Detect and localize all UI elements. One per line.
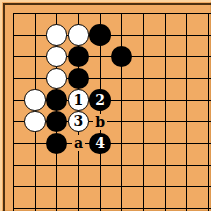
intersection [89, 24, 111, 46]
black-stone [111, 46, 132, 67]
intersection: 1 [68, 89, 90, 111]
black-stone [46, 89, 67, 110]
black-stone [68, 46, 89, 67]
white-stone [46, 46, 67, 67]
white-stone [24, 111, 45, 132]
board-intersections: 123ba4 [3, 3, 211, 211]
intersection: a [68, 133, 90, 155]
intersection [46, 133, 68, 155]
black-stone [68, 68, 89, 89]
intersection [24, 111, 46, 133]
white-stone [24, 89, 45, 110]
black-stone [46, 111, 67, 132]
intersection [68, 46, 90, 68]
white-stone [46, 68, 67, 89]
intersection: 3 [68, 111, 90, 133]
intersection [111, 46, 133, 68]
board-bevel-highlight-top [0, 0, 211, 2]
black-stone-move-2: 2 [89, 89, 110, 110]
intersection: 4 [89, 133, 111, 155]
intersection: b [89, 111, 111, 133]
intersection [46, 89, 68, 111]
white-stone [46, 24, 67, 45]
white-stone [68, 24, 89, 45]
white-stone-move-1: 1 [68, 89, 89, 110]
point-label-a: a [72, 135, 85, 151]
intersection [46, 46, 68, 68]
intersection: 2 [89, 89, 111, 111]
black-stone [46, 133, 67, 154]
intersection [46, 68, 68, 90]
black-stone-move-4: 4 [89, 133, 110, 154]
intersection [46, 24, 68, 46]
intersection [46, 111, 68, 133]
point-label-b: b [93, 114, 107, 130]
go-board: 123ba4 [0, 0, 211, 211]
intersection [68, 24, 90, 46]
intersection [24, 89, 46, 111]
board-bevel-highlight-left [0, 0, 2, 211]
intersection [68, 68, 90, 90]
black-stone [89, 24, 110, 45]
white-stone-move-3: 3 [68, 111, 89, 132]
